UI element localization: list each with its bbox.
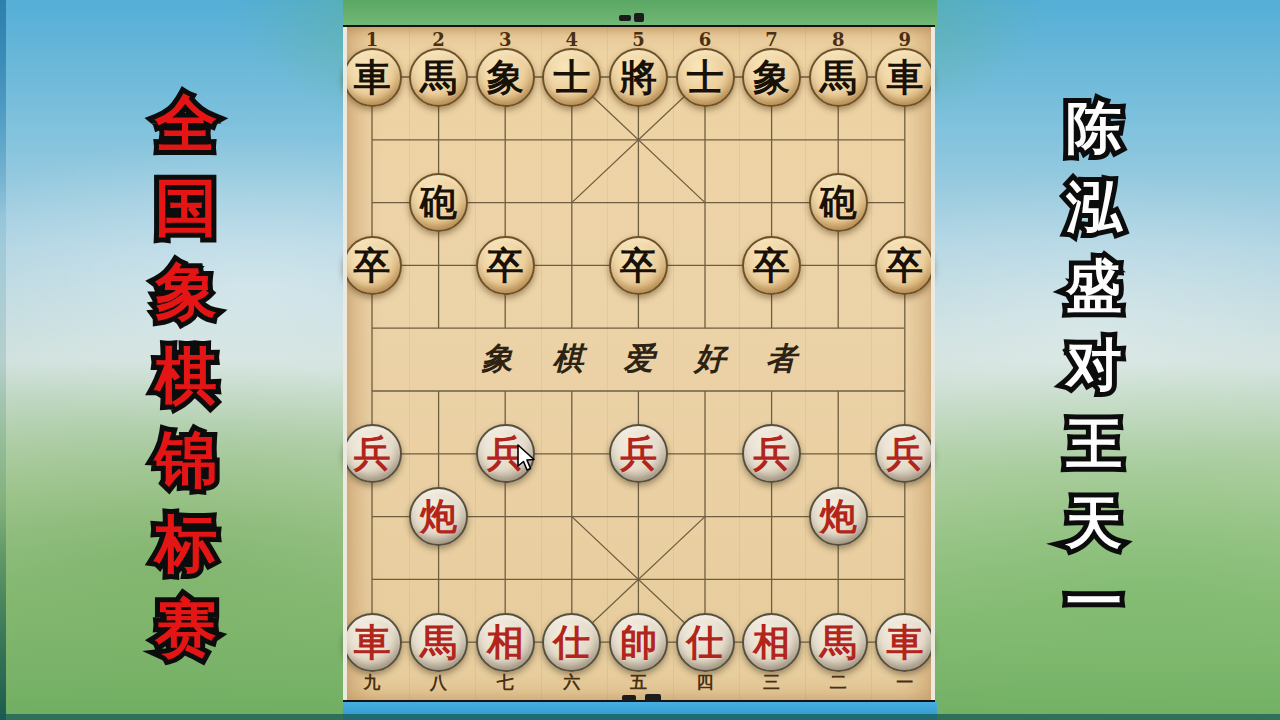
piece-red-兵-file1-rank6[interactable]: 兵 [343,424,402,483]
piece-red-炮-file8-rank7[interactable]: 炮 [809,487,868,546]
piece-black-象-file3-rank0[interactable]: 象 [476,48,535,107]
banner-character: 盛 [1066,246,1122,325]
piece-black-士-file6-rank0[interactable]: 士 [676,48,735,107]
coordinate-top-3: 3 [492,29,518,50]
mouse-cursor-icon [516,444,538,474]
piece-black-卒-file5-rank3[interactable]: 卒 [609,236,668,295]
piece-black-車-file9-rank0[interactable]: 車 [875,48,934,107]
coordinate-bottom-4: 六 [559,671,585,694]
right-banner-players-names: 陈泓盛对王天一 [1044,88,1144,641]
piece-red-仕-file4-rank9[interactable]: 仕 [542,613,601,672]
piece-red-帥-file5-rank9[interactable]: 帥 [609,613,668,672]
coordinate-bottom-6: 四 [692,671,718,694]
coordinate-top-4: 4 [559,29,585,50]
board-top-border [343,25,935,27]
banner-character: 赛 [155,586,217,670]
banner-character: 象 [155,250,217,334]
watermark-fragment-bottom [622,695,636,701]
coordinate-top-9: 9 [892,29,918,50]
banner-character: 标 [155,502,217,586]
coordinate-bottom-2: 八 [426,671,452,694]
piece-black-車-file1-rank0[interactable]: 車 [343,48,402,107]
watermark-fragment-top [619,15,631,21]
piece-red-車-file9-rank9[interactable]: 車 [875,613,934,672]
coordinate-bottom-5: 五 [625,671,651,694]
banner-character: 锦 [155,418,217,502]
piece-black-馬-file8-rank0[interactable]: 馬 [809,48,868,107]
banner-character: 天 [1066,483,1122,562]
coordinate-top-8: 8 [825,29,851,50]
xiangqi-broadcast-frame: { "game": "xiangqi", "position": { "fen"… [0,0,1280,720]
watermark-fragment-bottom [645,694,661,702]
coordinate-bottom-3: 七 [492,671,518,694]
banner-character: 棋 [155,334,217,418]
coordinate-top-5: 5 [625,29,651,50]
piece-red-相-file3-rank9[interactable]: 相 [476,613,535,672]
piece-black-砲-file8-rank2[interactable]: 砲 [809,173,868,232]
piece-red-兵-file5-rank6[interactable]: 兵 [609,424,668,483]
banner-character: 国 [155,166,217,250]
piece-red-馬-file8-rank9[interactable]: 馬 [809,613,868,672]
coordinate-top-7: 7 [759,29,785,50]
coordinate-bottom-9: 一 [892,671,918,694]
banner-character: 全 [155,82,217,166]
coordinate-top-6: 6 [692,29,718,50]
piece-black-馬-file2-rank0[interactable]: 馬 [409,48,468,107]
board-right-border [931,25,935,702]
coordinate-top-2: 2 [426,29,452,50]
board-left-border [343,25,347,702]
banner-character: 陈 [1066,88,1122,167]
piece-red-仕-file6-rank9[interactable]: 仕 [676,613,735,672]
banner-character: 泓 [1066,167,1122,246]
background-left-edge-shade [0,0,6,720]
piece-red-兵-file7-rank6[interactable]: 兵 [742,424,801,483]
xiangqi-board[interactable]: 象棋爱好者 123456789 九八七六五四三二一 車馬象士將士象馬車砲砲卒卒卒… [343,25,935,702]
watermark-fragment-top [634,13,644,22]
background-bottom-edge-shade [0,714,1280,720]
piece-black-卒-file3-rank3[interactable]: 卒 [476,236,535,295]
board-bottom-border [343,700,935,702]
piece-black-卒-file9-rank3[interactable]: 卒 [875,236,934,295]
piece-black-象-file7-rank0[interactable]: 象 [742,48,801,107]
piece-red-相-file7-rank9[interactable]: 相 [742,613,801,672]
piece-red-馬-file2-rank9[interactable]: 馬 [409,613,468,672]
coordinate-bottom-7: 三 [759,671,785,694]
banner-character: 对 [1066,325,1122,404]
coordinate-top-1: 1 [359,29,385,50]
piece-black-卒-file1-rank3[interactable]: 卒 [343,236,402,295]
piece-black-卒-file7-rank3[interactable]: 卒 [742,236,801,295]
piece-red-炮-file2-rank7[interactable]: 炮 [409,487,468,546]
piece-black-砲-file2-rank2[interactable]: 砲 [409,173,468,232]
banner-character: 一 [1066,562,1122,641]
river-text: 象棋爱好者 [343,325,935,393]
piece-black-將-file5-rank0[interactable]: 將 [609,48,668,107]
piece-black-士-file4-rank0[interactable]: 士 [542,48,601,107]
piece-red-車-file1-rank9[interactable]: 車 [343,613,402,672]
coordinate-bottom-8: 二 [825,671,851,694]
banner-character: 王 [1066,404,1122,483]
coordinate-bottom-1: 九 [359,671,385,694]
left-banner-tournament-title: 全国象棋锦标赛 [138,82,234,670]
